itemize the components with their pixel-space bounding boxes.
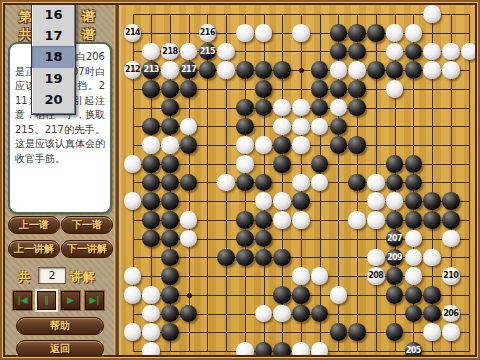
- white-stone: [367, 249, 385, 267]
- black-stone: [386, 155, 404, 173]
- black-stone: [161, 230, 179, 248]
- white-stone: [292, 99, 310, 117]
- total-row-suffix: 谱: [82, 27, 99, 42]
- white-stone: [386, 43, 404, 61]
- black-stone: [311, 99, 329, 117]
- black-stone: [386, 211, 404, 229]
- black-stone: [236, 230, 254, 248]
- white-stone: [367, 192, 385, 210]
- white-stone: [311, 118, 329, 136]
- dropdown-item-19[interactable]: 19: [32, 68, 75, 89]
- black-stone: [273, 342, 291, 360]
- white-stone: [217, 43, 235, 61]
- black-stone: [405, 155, 423, 173]
- black-stone: [386, 61, 404, 79]
- white-stone: [180, 118, 198, 136]
- black-stone: [236, 118, 254, 136]
- white-stone: [311, 342, 329, 360]
- white-stone: [442, 323, 460, 341]
- black-stone: [255, 249, 273, 267]
- kifu-viewer-window: 第谱 共谱 黑205和白206是正着。黑207时白应该在208位挡。211之手值…: [0, 0, 480, 360]
- white-stone: [142, 286, 160, 304]
- white-stone: [180, 230, 198, 248]
- white-stone: 210: [442, 267, 460, 285]
- white-stone: [405, 249, 423, 267]
- black-stone: [386, 323, 404, 341]
- white-stone: [273, 99, 291, 117]
- black-stone: [255, 230, 273, 248]
- black-stone: 215: [199, 43, 217, 61]
- black-stone: 209: [386, 249, 404, 267]
- star-point: [187, 293, 192, 298]
- black-stone: [255, 174, 273, 192]
- black-stone: [273, 249, 291, 267]
- white-stone: [292, 211, 310, 229]
- dropdown-item-20[interactable]: 20: [32, 89, 75, 110]
- prev-kifu-button[interactable]: 上一谱: [8, 216, 60, 234]
- black-stone: [161, 267, 179, 285]
- white-stone: [236, 155, 254, 173]
- dropdown-item-17[interactable]: 17: [32, 25, 75, 46]
- to-end-button[interactable]: ▶|: [85, 291, 104, 310]
- white-stone: [367, 174, 385, 192]
- white-stone: [142, 342, 160, 360]
- white-stone: [423, 61, 441, 79]
- black-stone: [405, 174, 423, 192]
- black-stone: [405, 43, 423, 61]
- prev-comment-button[interactable]: 上一讲解: [8, 240, 60, 258]
- back-label: 返回: [17, 341, 103, 356]
- black-stone: [236, 249, 254, 267]
- black-stone: [161, 211, 179, 229]
- black-stone: [330, 118, 348, 136]
- prev-comment-label: 上一讲解: [9, 241, 59, 256]
- white-stone: [292, 174, 310, 192]
- black-stone: [236, 61, 254, 79]
- next-kifu-button[interactable]: 下一谱: [61, 216, 113, 234]
- grid-line-h: [133, 332, 471, 333]
- white-stone: [292, 267, 310, 285]
- white-stone: 206: [442, 305, 460, 323]
- white-stone: [442, 43, 460, 61]
- black-stone: [161, 192, 179, 210]
- black-stone: [348, 80, 366, 98]
- black-stone: [142, 211, 160, 229]
- black-stone: [386, 286, 404, 304]
- white-stone: [348, 61, 366, 79]
- black-stone: [236, 174, 254, 192]
- white-stone: [236, 24, 254, 42]
- white-stone: [311, 267, 329, 285]
- black-stone: [348, 323, 366, 341]
- black-stone: [330, 43, 348, 61]
- white-stone: [255, 136, 273, 154]
- white-stone: [236, 136, 254, 154]
- white-stone: [273, 192, 291, 210]
- white-stone: [442, 230, 460, 248]
- black-stone: [442, 192, 460, 210]
- white-stone: [124, 155, 142, 173]
- black-stone: [161, 249, 179, 267]
- black-stone: [311, 61, 329, 79]
- black-stone: [273, 61, 291, 79]
- white-stone: [330, 61, 348, 79]
- black-stone: [142, 230, 160, 248]
- white-stone: [386, 24, 404, 42]
- black-stone: [273, 136, 291, 154]
- white-stone: [405, 24, 423, 42]
- white-stone: [273, 118, 291, 136]
- help-label: 帮助: [17, 318, 103, 333]
- grid-line-v: [469, 14, 470, 352]
- white-stone: [142, 305, 160, 323]
- move-number-dropdown[interactable]: 1617181920: [31, 3, 76, 115]
- next-comment-button[interactable]: 下一讲解: [61, 240, 113, 258]
- black-stone: [161, 155, 179, 173]
- star-point: [299, 68, 304, 73]
- white-stone: [142, 43, 160, 61]
- black-stone: [161, 80, 179, 98]
- white-stone: [180, 211, 198, 229]
- white-stone: [442, 61, 460, 79]
- white-stone: [142, 136, 160, 154]
- black-stone: [348, 43, 366, 61]
- white-stone: [405, 267, 423, 285]
- black-stone: 213: [142, 61, 160, 79]
- black-stone: [161, 286, 179, 304]
- dropdown-item-18[interactable]: 18: [32, 46, 75, 67]
- black-stone: 205: [405, 342, 423, 360]
- black-stone: [161, 323, 179, 341]
- dropdown-item-16[interactable]: 16: [32, 4, 75, 25]
- white-stone: [292, 342, 310, 360]
- black-stone: [255, 61, 273, 79]
- black-stone: [255, 80, 273, 98]
- black-stone: [423, 286, 441, 304]
- black-stone: [442, 211, 460, 229]
- white-stone: [124, 286, 142, 304]
- white-stone: [161, 61, 179, 79]
- black-stone: [330, 323, 348, 341]
- white-stone: [255, 305, 273, 323]
- black-stone: [142, 80, 160, 98]
- white-stone: [273, 305, 291, 323]
- black-stone: [367, 24, 385, 42]
- black-stone: [386, 267, 404, 285]
- black-stone: [348, 174, 366, 192]
- pause-button[interactable]: ‖: [37, 291, 56, 310]
- white-stone: [292, 136, 310, 154]
- white-stone: [330, 99, 348, 117]
- black-stone: [405, 211, 423, 229]
- black-stone: [180, 80, 198, 98]
- black-stone: [199, 61, 217, 79]
- white-stone: [124, 323, 142, 341]
- white-stone: 218: [161, 43, 179, 61]
- black-stone: [142, 192, 160, 210]
- black-stone: [236, 211, 254, 229]
- black-stone: [311, 80, 329, 98]
- black-stone: [161, 174, 179, 192]
- counter-suffix: 讲解: [70, 269, 96, 286]
- black-stone: [161, 118, 179, 136]
- black-stone: [255, 99, 273, 117]
- white-stone: [292, 24, 310, 42]
- black-stone: [386, 174, 404, 192]
- black-stone: [423, 211, 441, 229]
- counter-prefix: 共: [18, 269, 31, 286]
- white-stone: [292, 118, 310, 136]
- black-stone: [405, 305, 423, 323]
- white-stone: [423, 43, 441, 61]
- white-stone: [367, 211, 385, 229]
- white-stone: 216: [199, 24, 217, 42]
- white-stone: [423, 249, 441, 267]
- play-button[interactable]: ▶: [61, 291, 80, 310]
- white-stone: [386, 192, 404, 210]
- black-stone: [180, 305, 198, 323]
- white-stone: [124, 267, 142, 285]
- black-stone: [423, 192, 441, 210]
- black-stone: [217, 249, 235, 267]
- white-stone: [255, 24, 273, 42]
- white-stone: [423, 5, 441, 23]
- white-stone: [405, 230, 423, 248]
- black-stone: [311, 155, 329, 173]
- next-comment-label: 下一讲解: [62, 241, 112, 256]
- white-stone: [330, 286, 348, 304]
- white-stone: [161, 136, 179, 154]
- black-stone: [348, 24, 366, 42]
- black-stone: [348, 99, 366, 117]
- white-stone: [311, 174, 329, 192]
- white-stone: [423, 323, 441, 341]
- black-stone: [255, 342, 273, 360]
- white-stone: [217, 174, 235, 192]
- black-stone: [180, 136, 198, 154]
- black-stone: [142, 155, 160, 173]
- go-board: 214216218215212213217207209208210206205: [116, 2, 480, 358]
- black-stone: [180, 174, 198, 192]
- black-stone: [405, 61, 423, 79]
- prev-kifu-label: 上一谱: [9, 217, 59, 232]
- back-button[interactable]: 返回: [16, 340, 104, 358]
- white-stone: [386, 80, 404, 98]
- black-stone: [405, 192, 423, 210]
- black-stone: [273, 155, 291, 173]
- white-stone: [273, 211, 291, 229]
- next-kifu-label: 下一谱: [62, 217, 112, 232]
- black-stone: [292, 286, 310, 304]
- black-stone: [330, 24, 348, 42]
- to-start-button[interactable]: |◀: [13, 291, 32, 310]
- white-stone: 208: [367, 267, 385, 285]
- white-stone: [255, 192, 273, 210]
- black-stone: [161, 99, 179, 117]
- kifu-row-suffix: 谱: [82, 9, 99, 24]
- black-stone: [142, 174, 160, 192]
- black-stone: [367, 61, 385, 79]
- counter-value-field[interactable]: 2: [38, 267, 66, 284]
- black-stone: [348, 136, 366, 154]
- black-stone: [330, 136, 348, 154]
- white-stone: [142, 323, 160, 341]
- white-stone: 214: [124, 24, 142, 42]
- white-stone: [124, 192, 142, 210]
- help-button[interactable]: 帮助: [16, 317, 104, 335]
- white-stone: [461, 43, 479, 61]
- black-stone: 217: [180, 61, 198, 79]
- white-stone: [217, 61, 235, 79]
- black-stone: [292, 192, 310, 210]
- black-stone: [236, 99, 254, 117]
- white-stone: [236, 342, 254, 360]
- black-stone: [311, 305, 329, 323]
- black-stone: [405, 286, 423, 304]
- black-stone: [330, 80, 348, 98]
- black-stone: 207: [386, 230, 404, 248]
- black-stone: [142, 118, 160, 136]
- black-stone: [161, 305, 179, 323]
- white-stone: [180, 43, 198, 61]
- black-stone: [273, 286, 291, 304]
- black-stone: [292, 305, 310, 323]
- white-stone: 212: [124, 61, 142, 79]
- black-stone: [255, 211, 273, 229]
- white-stone: [348, 211, 366, 229]
- black-stone: [423, 305, 441, 323]
